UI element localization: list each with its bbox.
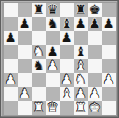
piece-white-pawn: ♟: [75, 87, 87, 101]
square-e6[interactable]: ♟: [60, 31, 74, 45]
square-h1[interactable]: [102, 101, 116, 115]
square-a8[interactable]: [4, 3, 18, 17]
square-g7[interactable]: ♟: [88, 17, 102, 31]
square-e1[interactable]: [60, 101, 74, 115]
square-g1[interactable]: ♚: [88, 101, 102, 115]
piece-black-pawn: ♟: [5, 31, 17, 45]
square-g6[interactable]: [88, 31, 102, 45]
square-h3[interactable]: ♟: [102, 73, 116, 87]
square-b2[interactable]: ♟: [18, 87, 32, 101]
piece-white-bishop: ♝: [75, 59, 87, 73]
piece-black-pawn: ♟: [103, 17, 115, 31]
piece-black-knight: ♞: [47, 17, 59, 31]
piece-black-bishop: ♝: [61, 17, 73, 31]
square-d1[interactable]: ♛: [46, 101, 60, 115]
piece-white-pawn: ♟: [89, 87, 101, 101]
piece-white-pawn: ♟: [19, 87, 31, 101]
piece-white-knight: ♞: [75, 73, 87, 87]
piece-white-knight: ♞: [33, 45, 45, 59]
square-g5[interactable]: [88, 45, 102, 59]
square-d4[interactable]: ♟: [46, 59, 60, 73]
square-e2[interactable]: ♝: [60, 87, 74, 101]
square-h5[interactable]: [102, 45, 116, 59]
square-h6[interactable]: [102, 31, 116, 45]
square-b5[interactable]: [18, 45, 32, 59]
piece-white-rook: ♜: [33, 101, 45, 115]
square-c3[interactable]: [32, 73, 46, 87]
piece-white-bishop: ♝: [61, 87, 73, 101]
square-h2[interactable]: [102, 87, 116, 101]
piece-white-rook: ♜: [75, 101, 87, 115]
piece-black-pawn: ♟: [89, 17, 101, 31]
piece-white-pawn: ♟: [5, 73, 17, 87]
piece-black-queen: ♛: [47, 3, 59, 17]
square-c1[interactable]: ♜: [32, 101, 46, 115]
square-e5[interactable]: [60, 45, 74, 59]
piece-black-bishop: ♝: [75, 45, 87, 59]
square-b4[interactable]: [18, 59, 32, 73]
piece-white-pawn: ♟: [61, 73, 73, 87]
piece-black-king: ♚: [89, 3, 101, 17]
board-frame: ♜♛♜♚♟♞♝♟♟♟♟♟♞♟♝♞♟♝♟♟♞♟♟♝♟♟♜♛♜♚: [0, 0, 119, 118]
square-b6[interactable]: [18, 31, 32, 45]
square-a1[interactable]: [4, 101, 18, 115]
piece-black-pawn: ♟: [47, 45, 59, 59]
square-g4[interactable]: [88, 59, 102, 73]
piece-black-pawn: ♟: [61, 31, 73, 45]
piece-black-rook: ♜: [75, 3, 87, 17]
piece-white-king: ♚: [89, 101, 101, 115]
square-c4[interactable]: ♞: [32, 59, 46, 73]
piece-white-pawn: ♟: [47, 59, 59, 73]
square-c8[interactable]: ♜: [32, 3, 46, 17]
square-c7[interactable]: [32, 17, 46, 31]
chess-board: ♜♛♜♚♟♞♝♟♟♟♟♟♞♟♝♞♟♝♟♟♞♟♟♝♟♟♜♛♜♚: [4, 3, 116, 115]
piece-black-rook: ♜: [33, 3, 45, 17]
piece-white-queen: ♛: [47, 101, 59, 115]
square-a5[interactable]: [4, 45, 18, 59]
square-a6[interactable]: ♟: [4, 31, 18, 45]
square-b1[interactable]: [18, 101, 32, 115]
square-f7[interactable]: ♟: [74, 17, 88, 31]
piece-black-pawn: ♟: [19, 17, 31, 31]
piece-black-pawn: ♟: [75, 17, 87, 31]
square-d7[interactable]: ♞: [46, 17, 60, 31]
piece-black-knight: ♞: [33, 59, 45, 73]
square-b7[interactable]: ♟: [18, 17, 32, 31]
square-h7[interactable]: ♟: [102, 17, 116, 31]
square-d3[interactable]: [46, 73, 60, 87]
piece-white-pawn: ♟: [103, 73, 115, 87]
square-a3[interactable]: ♟: [4, 73, 18, 87]
square-f1[interactable]: ♜: [74, 101, 88, 115]
square-a2[interactable]: [4, 87, 18, 101]
